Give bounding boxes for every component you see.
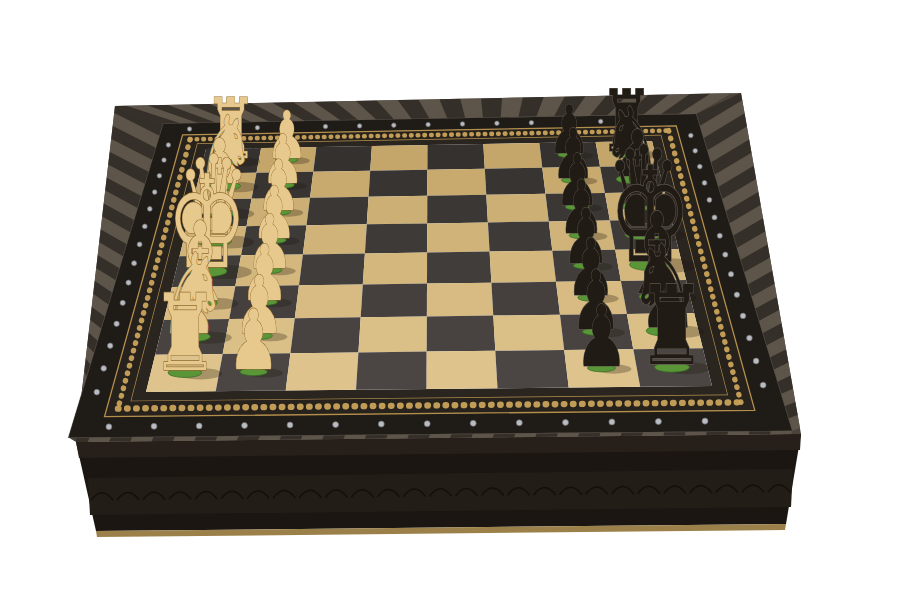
stud: [740, 313, 746, 319]
stud: [470, 420, 476, 426]
square-c6[interactable]: [486, 194, 549, 223]
stud: [151, 423, 157, 429]
square-a6[interactable]: [483, 143, 542, 169]
stud: [529, 120, 534, 125]
stud: [107, 343, 112, 348]
stud: [424, 421, 430, 427]
stud: [717, 233, 722, 238]
square-h3[interactable]: [286, 352, 359, 390]
stud: [323, 124, 327, 128]
chess-board-scene: ♜♟♟♜♞♟♟♞♝♟♟♝♛♟♟♛♚♟♟♚♝♟♟♝♞♟♟♞♜♟♟♜: [0, 0, 900, 600]
square-f3[interactable]: [295, 284, 363, 318]
stud: [147, 207, 152, 212]
square-e3[interactable]: [299, 254, 365, 286]
stud: [378, 421, 384, 427]
stud: [723, 252, 728, 257]
square-f6[interactable]: [491, 282, 560, 316]
square-d4[interactable]: [365, 223, 427, 253]
stud: [106, 424, 112, 430]
square-b3[interactable]: [310, 171, 370, 198]
square-c5[interactable]: [427, 195, 488, 224]
square-f4[interactable]: [361, 284, 427, 318]
stud: [162, 158, 167, 163]
stud: [157, 173, 162, 178]
square-d6[interactable]: [488, 222, 552, 252]
stud: [152, 190, 157, 195]
square-g4[interactable]: [358, 317, 427, 353]
stud: [702, 180, 707, 185]
stud: [693, 148, 698, 153]
square-a3[interactable]: [313, 146, 372, 172]
stud: [132, 261, 137, 266]
stud: [392, 123, 396, 127]
stud: [120, 300, 125, 305]
piece-white-rook[interactable]: ♜: [152, 271, 219, 395]
stud: [655, 418, 661, 424]
square-c3[interactable]: [307, 197, 369, 226]
square-c4[interactable]: [367, 196, 428, 225]
stud: [426, 122, 430, 126]
square-a5[interactable]: [427, 144, 484, 170]
stud: [734, 292, 739, 297]
square-h6[interactable]: [495, 350, 568, 388]
square-b4[interactable]: [369, 170, 428, 197]
stud: [753, 358, 759, 364]
stud: [728, 272, 733, 277]
stud: [126, 280, 131, 285]
stud: [196, 423, 202, 429]
stud: [94, 389, 100, 395]
square-g3[interactable]: [290, 317, 360, 353]
stud: [101, 366, 107, 372]
stud: [460, 122, 464, 126]
piece-black-rook[interactable]: ♜: [638, 262, 707, 389]
stud: [333, 422, 339, 428]
rope-carving-back: [481, 98, 502, 118]
stud: [609, 419, 615, 425]
square-e4[interactable]: [363, 253, 427, 285]
stud: [495, 121, 499, 125]
square-b5[interactable]: [427, 169, 486, 196]
square-h4[interactable]: [356, 352, 427, 390]
stud: [697, 164, 702, 169]
square-e5[interactable]: [427, 252, 491, 284]
square-a4[interactable]: [370, 145, 427, 171]
square-g5[interactable]: [427, 316, 496, 352]
square-b6[interactable]: [485, 168, 546, 195]
piece-white-pawn[interactable]: ♟: [227, 292, 279, 389]
stud: [137, 242, 142, 247]
square-h5[interactable]: [427, 351, 498, 389]
square-d3[interactable]: [303, 224, 367, 254]
stud: [287, 422, 293, 428]
square-e6[interactable]: [490, 251, 556, 283]
stud: [702, 418, 708, 424]
stud: [747, 335, 753, 341]
piece-black-pawn[interactable]: ♟: [575, 287, 629, 385]
stud: [142, 224, 147, 229]
stud: [242, 423, 248, 429]
square-g6[interactable]: [493, 315, 564, 351]
chess-set-photo: ♜♟♟♜♞♟♟♞♝♟♟♝♛♟♟♛♚♟♟♚♝♟♟♝♞♟♟♞♜♟♟♜: [0, 0, 900, 600]
stud: [114, 321, 119, 326]
stud: [712, 215, 717, 220]
stud: [707, 197, 712, 202]
square-f5[interactable]: [427, 283, 493, 317]
square-d5[interactable]: [427, 222, 490, 252]
stud: [357, 124, 361, 128]
stud: [760, 382, 766, 388]
stud: [516, 420, 522, 426]
stud: [562, 419, 568, 425]
stud: [166, 143, 170, 147]
